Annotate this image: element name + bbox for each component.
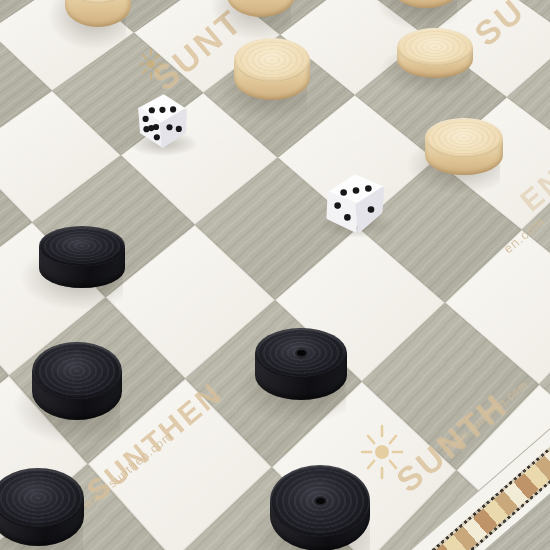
checker-side bbox=[391, 0, 461, 8]
checker-cream-f[interactable] bbox=[425, 118, 503, 175]
checker-cream-d[interactable] bbox=[234, 38, 310, 100]
checker-black-1[interactable] bbox=[39, 226, 125, 288]
checker-cream-c[interactable] bbox=[391, 0, 461, 8]
checker-cream-e[interactable] bbox=[397, 28, 473, 78]
checker-top bbox=[425, 118, 503, 158]
checker-top bbox=[397, 28, 473, 66]
checker-top bbox=[234, 38, 310, 82]
checker-black-3[interactable] bbox=[255, 328, 347, 400]
checker-top bbox=[32, 342, 122, 400]
checker-top bbox=[39, 226, 125, 266]
checker-cream-b[interactable] bbox=[227, 0, 295, 17]
die-1[interactable] bbox=[133, 93, 191, 151]
checker-black-4[interactable] bbox=[0, 468, 84, 546]
checker-top bbox=[255, 328, 347, 378]
checker-side bbox=[227, 0, 295, 17]
checker-black-5[interactable] bbox=[270, 465, 370, 550]
checker-top bbox=[270, 465, 370, 537]
checker-black-2[interactable] bbox=[32, 342, 122, 420]
checker-center-dimple bbox=[297, 350, 306, 356]
board-photo: SUNT SU EN en.com SUNTHEN www.sunthen.co… bbox=[0, 0, 550, 550]
checker-cream-a[interactable] bbox=[65, 0, 131, 27]
checker-center-dimple bbox=[316, 498, 325, 504]
checker-side bbox=[65, 0, 131, 27]
die-2[interactable] bbox=[324, 171, 386, 233]
